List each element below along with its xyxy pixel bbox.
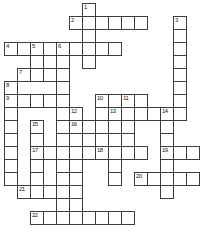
grid-cell[interactable]: 1 — [82, 3, 96, 17]
grid-cell[interactable] — [95, 211, 109, 225]
grid-cell[interactable]: 8 — [4, 81, 18, 95]
grid-cell[interactable] — [108, 120, 122, 134]
clue-number: 22 — [32, 212, 38, 219]
clue-number: 4 — [6, 43, 9, 50]
grid-cell[interactable] — [4, 172, 18, 186]
grid-cell[interactable] — [82, 146, 96, 160]
grid-cell[interactable] — [95, 42, 109, 56]
grid-cell[interactable] — [69, 198, 83, 212]
grid-cell[interactable] — [173, 172, 187, 186]
grid-cell[interactable] — [30, 68, 44, 82]
grid-cell[interactable] — [108, 94, 122, 108]
grid-cell[interactable]: 18 — [95, 146, 109, 160]
grid-cell[interactable] — [108, 146, 122, 160]
grid-cell[interactable] — [30, 55, 44, 69]
grid-cell[interactable] — [56, 185, 70, 199]
grid-cell[interactable] — [108, 42, 122, 56]
clue-number: 9 — [6, 95, 9, 102]
grid-cell[interactable] — [43, 94, 57, 108]
grid-cell[interactable]: 2 — [69, 16, 83, 30]
clue-number: 10 — [97, 95, 103, 102]
grid-cell[interactable] — [108, 16, 122, 30]
grid-cell[interactable] — [69, 159, 83, 173]
grid-cell[interactable] — [4, 120, 18, 134]
grid-cell[interactable] — [43, 185, 57, 199]
crossword-page: 12345678910111213141516171819202122 — [0, 0, 214, 235]
clue-number: 13 — [110, 108, 116, 115]
clue-number: 7 — [19, 69, 22, 76]
grid-cell[interactable]: 11 — [121, 94, 135, 108]
grid-cell[interactable] — [95, 120, 109, 134]
grid-cell[interactable] — [121, 146, 135, 160]
crossword-grid: 12345678910111213141516171819202122 — [0, 0, 214, 235]
grid-cell[interactable]: 6 — [56, 42, 70, 56]
grid-cell[interactable] — [56, 211, 70, 225]
clue-number: 20 — [136, 173, 142, 180]
grid-cell[interactable] — [134, 16, 148, 30]
grid-cell[interactable]: 20 — [134, 172, 148, 186]
grid-cell[interactable] — [69, 133, 83, 147]
grid-cell[interactable] — [121, 120, 135, 134]
grid-cell[interactable] — [56, 94, 70, 108]
clue-number: 2 — [71, 17, 74, 24]
grid-cell[interactable] — [173, 55, 187, 69]
grid-cell[interactable] — [30, 94, 44, 108]
grid-cell[interactable] — [4, 159, 18, 173]
grid-cell[interactable]: 10 — [95, 94, 109, 108]
grid-cell[interactable] — [69, 185, 83, 199]
grid-cell[interactable]: 16 — [69, 120, 83, 134]
grid-cell[interactable] — [173, 81, 187, 95]
grid-cell[interactable] — [147, 107, 161, 121]
grid-cell[interactable] — [173, 68, 187, 82]
grid-cell[interactable]: 7 — [17, 68, 31, 82]
grid-cell[interactable] — [82, 42, 96, 56]
grid-cell[interactable] — [56, 146, 70, 160]
grid-cell[interactable] — [69, 42, 83, 56]
clue-number: 12 — [71, 108, 77, 115]
clue-number: 14 — [162, 108, 168, 115]
grid-cell[interactable] — [43, 146, 57, 160]
grid-cell[interactable] — [173, 42, 187, 56]
grid-cell[interactable]: 4 — [4, 42, 18, 56]
grid-cell[interactable]: 22 — [30, 211, 44, 225]
grid-cell[interactable]: 3 — [173, 16, 187, 30]
grid-cell[interactable] — [30, 185, 44, 199]
grid-cell[interactable] — [56, 159, 70, 173]
grid-cell[interactable] — [121, 16, 135, 30]
clue-number: 17 — [32, 147, 38, 154]
grid-cell[interactable] — [108, 159, 122, 173]
grid-cell[interactable] — [121, 107, 135, 121]
grid-cell[interactable] — [134, 94, 148, 108]
grid-cell[interactable]: 17 — [30, 146, 44, 160]
grid-cell[interactable] — [108, 133, 122, 147]
clue-number: 6 — [58, 43, 61, 50]
grid-cell[interactable] — [56, 68, 70, 82]
grid-cell[interactable] — [82, 16, 96, 30]
grid-cell[interactable] — [56, 172, 70, 186]
grid-cell[interactable] — [121, 133, 135, 147]
clue-number: 21 — [19, 186, 25, 193]
grid-cell[interactable] — [17, 94, 31, 108]
grid-cell[interactable]: 21 — [17, 185, 31, 199]
grid-cell[interactable] — [82, 55, 96, 69]
grid-cell[interactable] — [160, 185, 174, 199]
grid-cell[interactable] — [30, 133, 44, 147]
grid-cell[interactable] — [147, 172, 161, 186]
clue-number: 19 — [162, 147, 168, 154]
grid-cell[interactable] — [30, 172, 44, 186]
clue-number: 15 — [32, 121, 38, 128]
grid-cell[interactable] — [56, 55, 70, 69]
grid-cell[interactable] — [108, 211, 122, 225]
grid-cell[interactable] — [4, 146, 18, 160]
clue-number: 1 — [84, 4, 87, 11]
grid-cell[interactable] — [56, 107, 70, 121]
grid-cell[interactable] — [121, 211, 135, 225]
grid-cell[interactable] — [17, 42, 31, 56]
grid-cell[interactable] — [43, 42, 57, 56]
grid-cell[interactable]: 5 — [30, 42, 44, 56]
grid-cell[interactable] — [160, 120, 174, 134]
grid-cell[interactable]: 13 — [108, 107, 122, 121]
grid-cell[interactable] — [134, 146, 148, 160]
grid-cell[interactable] — [82, 211, 96, 225]
grid-cell[interactable] — [95, 16, 109, 30]
clue-number: 8 — [6, 82, 9, 89]
grid-cell[interactable] — [69, 172, 83, 186]
grid-cell[interactable] — [95, 107, 109, 121]
grid-cell[interactable] — [108, 172, 122, 186]
clue-number: 3 — [175, 17, 178, 24]
grid-cell[interactable] — [56, 81, 70, 95]
grid-cell[interactable] — [95, 133, 109, 147]
grid-cell[interactable]: 19 — [160, 146, 174, 160]
grid-cell[interactable] — [186, 146, 200, 160]
grid-cell[interactable]: 9 — [4, 94, 18, 108]
grid-cell[interactable] — [4, 133, 18, 147]
grid-cell[interactable] — [43, 211, 57, 225]
grid-cell[interactable] — [173, 29, 187, 43]
grid-cell[interactable] — [160, 133, 174, 147]
grid-cell[interactable] — [82, 120, 96, 134]
grid-cell[interactable] — [134, 107, 148, 121]
grid-cell[interactable] — [82, 29, 96, 43]
grid-cell[interactable] — [4, 107, 18, 121]
grid-cell[interactable] — [186, 172, 200, 186]
grid-cell[interactable] — [160, 159, 174, 173]
grid-cell[interactable] — [43, 68, 57, 82]
grid-cell[interactable] — [69, 146, 83, 160]
grid-cell[interactable] — [56, 120, 70, 134]
grid-cell[interactable] — [173, 107, 187, 121]
clue-number: 18 — [97, 147, 103, 154]
clue-number: 11 — [123, 95, 128, 102]
clue-number: 5 — [32, 43, 35, 50]
grid-cell[interactable]: 14 — [160, 107, 174, 121]
grid-cell[interactable]: 15 — [30, 120, 44, 134]
grid-cell[interactable] — [56, 133, 70, 147]
clue-number: 16 — [71, 121, 77, 128]
grid-cell[interactable] — [173, 94, 187, 108]
grid-cell[interactable]: 12 — [69, 107, 83, 121]
grid-cell[interactable] — [160, 172, 174, 186]
grid-cell[interactable] — [30, 159, 44, 173]
grid-cell[interactable] — [56, 198, 70, 212]
grid-cell[interactable] — [173, 146, 187, 160]
grid-cell[interactable] — [69, 211, 83, 225]
